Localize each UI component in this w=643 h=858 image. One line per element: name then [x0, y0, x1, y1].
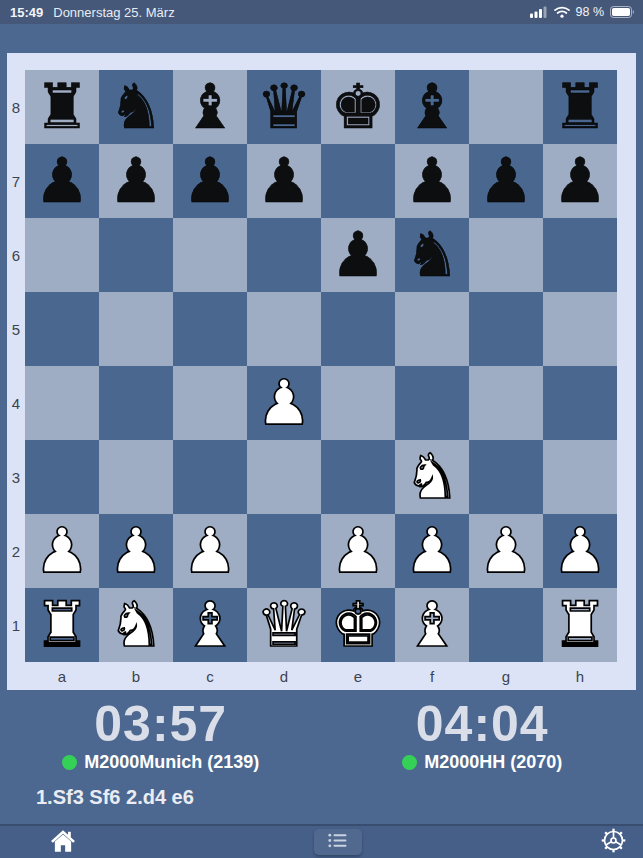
- home-icon: [50, 829, 76, 856]
- square-h8[interactable]: ♜: [543, 70, 617, 144]
- square-a6[interactable]: [25, 218, 99, 292]
- square-h2[interactable]: ♟: [543, 514, 617, 588]
- status-right: 98 %: [530, 5, 636, 19]
- black-knight: ♞: [404, 218, 460, 292]
- square-a1[interactable]: ♜: [25, 588, 99, 662]
- white-pawn: ♟: [182, 514, 238, 588]
- square-c2[interactable]: ♟: [173, 514, 247, 588]
- square-e7[interactable]: [321, 144, 395, 218]
- square-d1[interactable]: ♛: [247, 588, 321, 662]
- square-h6[interactable]: [543, 218, 617, 292]
- square-b1[interactable]: ♞: [99, 588, 173, 662]
- file-label-h: h: [543, 662, 617, 690]
- square-c6[interactable]: [173, 218, 247, 292]
- file-label-d: d: [247, 662, 321, 690]
- square-g8[interactable]: [469, 70, 543, 144]
- move-list-text: 1.Sf3 Sf6 2.d4 e6: [36, 786, 633, 809]
- white-rook: ♜: [552, 588, 608, 662]
- square-d2[interactable]: [247, 514, 321, 588]
- status-date: Donnerstag 25. März: [53, 5, 174, 20]
- square-e1[interactable]: ♚: [321, 588, 395, 662]
- gear-icon: [600, 827, 627, 857]
- player-left-name: M2000Munich (2139): [84, 752, 259, 773]
- right-player-panel: 04:04 M2000HH (2070): [322, 698, 643, 773]
- square-e2[interactable]: ♟: [321, 514, 395, 588]
- white-pawn: ♟: [404, 514, 460, 588]
- bottom-toolbar: [0, 824, 643, 858]
- square-g6[interactable]: [469, 218, 543, 292]
- status-left: 15:49 Donnerstag 25. März: [10, 5, 175, 20]
- white-pawn: ♟: [478, 514, 534, 588]
- square-a2[interactable]: ♟: [25, 514, 99, 588]
- square-e8[interactable]: ♚: [321, 70, 395, 144]
- square-h5[interactable]: [543, 292, 617, 366]
- black-rook: ♜: [34, 70, 90, 144]
- square-e3[interactable]: [321, 440, 395, 514]
- online-status-dot-left: [62, 755, 77, 770]
- square-b8[interactable]: ♞: [99, 70, 173, 144]
- white-pawn: ♟: [34, 514, 90, 588]
- black-pawn: ♟: [108, 144, 164, 218]
- black-pawn: ♟: [404, 144, 460, 218]
- square-b2[interactable]: ♟: [99, 514, 173, 588]
- rank-label-7: 7: [7, 144, 25, 218]
- square-f7[interactable]: ♟: [395, 144, 469, 218]
- square-f6[interactable]: ♞: [395, 218, 469, 292]
- square-d3[interactable]: [247, 440, 321, 514]
- player-left: M2000Munich (2139): [62, 752, 259, 773]
- white-bishop: ♝: [404, 588, 460, 662]
- square-g3[interactable]: [469, 440, 543, 514]
- file-label-a: a: [25, 662, 99, 690]
- square-b5[interactable]: [99, 292, 173, 366]
- square-h3[interactable]: [543, 440, 617, 514]
- black-pawn: ♟: [330, 218, 386, 292]
- move-list-button[interactable]: [314, 829, 362, 855]
- file-label-f: f: [395, 662, 469, 690]
- move-list-icon: [328, 833, 348, 851]
- battery-percent: 98 %: [576, 5, 605, 19]
- black-bishop: ♝: [404, 70, 460, 144]
- left-player-panel: 03:57 M2000Munich (2139): [0, 698, 322, 773]
- square-a8[interactable]: ♜: [25, 70, 99, 144]
- square-d8[interactable]: ♛: [247, 70, 321, 144]
- square-a5[interactable]: [25, 292, 99, 366]
- square-f8[interactable]: ♝: [395, 70, 469, 144]
- online-status-dot-right: [402, 755, 417, 770]
- status-bar: 15:49 Donnerstag 25. März 98 %: [0, 0, 643, 24]
- white-knight: ♞: [404, 440, 460, 514]
- square-d6[interactable]: [247, 218, 321, 292]
- square-e5[interactable]: [321, 292, 395, 366]
- square-c4[interactable]: [173, 366, 247, 440]
- square-c5[interactable]: [173, 292, 247, 366]
- rank-label-5: 5: [7, 292, 25, 366]
- white-pawn: ♟: [552, 514, 608, 588]
- black-queen: ♛: [256, 70, 312, 144]
- white-queen: ♛: [256, 588, 312, 662]
- white-king: ♚: [330, 588, 386, 662]
- black-king: ♚: [330, 70, 386, 144]
- white-bishop: ♝: [182, 588, 238, 662]
- white-pawn: ♟: [108, 514, 164, 588]
- black-pawn: ♟: [256, 144, 312, 218]
- square-f5[interactable]: [395, 292, 469, 366]
- rank-labels: 87654321: [7, 70, 25, 662]
- square-c3[interactable]: [173, 440, 247, 514]
- square-d7[interactable]: ♟: [247, 144, 321, 218]
- square-d5[interactable]: [247, 292, 321, 366]
- square-e6[interactable]: ♟: [321, 218, 395, 292]
- black-pawn: ♟: [182, 144, 238, 218]
- player-right: M2000HH (2070): [402, 752, 562, 773]
- rank-label-8: 8: [7, 70, 25, 144]
- square-b6[interactable]: [99, 218, 173, 292]
- wifi-icon: [554, 6, 570, 18]
- black-knight: ♞: [108, 70, 164, 144]
- square-c7[interactable]: ♟: [173, 144, 247, 218]
- square-f1[interactable]: ♝: [395, 588, 469, 662]
- square-h7[interactable]: ♟: [543, 144, 617, 218]
- black-pawn: ♟: [34, 144, 90, 218]
- clock-right: 04:04: [416, 698, 549, 750]
- battery-icon: [610, 6, 635, 18]
- rank-label-1: 1: [7, 588, 25, 662]
- white-rook: ♜: [34, 588, 90, 662]
- square-d4[interactable]: ♟: [247, 366, 321, 440]
- square-b7[interactable]: ♟: [99, 144, 173, 218]
- white-pawn: ♟: [330, 514, 386, 588]
- file-labels: abcdefgh: [25, 662, 617, 690]
- settings-button[interactable]: [600, 827, 627, 857]
- rank-label-2: 2: [7, 514, 25, 588]
- square-b3[interactable]: [99, 440, 173, 514]
- square-b4[interactable]: [99, 366, 173, 440]
- home-button[interactable]: [50, 829, 76, 856]
- rank-label-4: 4: [7, 366, 25, 440]
- status-time: 15:49: [10, 5, 43, 20]
- file-label-c: c: [173, 662, 247, 690]
- square-g7[interactable]: ♟: [469, 144, 543, 218]
- file-label-e: e: [321, 662, 395, 690]
- square-h4[interactable]: [543, 366, 617, 440]
- square-a4[interactable]: [25, 366, 99, 440]
- clocks-row: 03:57 M2000Munich (2139) 04:04 M2000HH (…: [0, 698, 643, 773]
- board-grid: ♜♞♝♛♚♝♜♟♟♟♟♟♟♟♟♞♟♞♟♟♟♟♟♟♟♜♞♝♛♚♝♜: [25, 70, 617, 662]
- black-pawn: ♟: [552, 144, 608, 218]
- rank-label-6: 6: [7, 218, 25, 292]
- square-g1[interactable]: [469, 588, 543, 662]
- clock-left: 03:57: [94, 698, 227, 750]
- square-f3[interactable]: ♞: [395, 440, 469, 514]
- cellular-signal-icon: [530, 6, 548, 18]
- white-knight: ♞: [108, 588, 164, 662]
- square-g4[interactable]: [469, 366, 543, 440]
- black-bishop: ♝: [182, 70, 238, 144]
- file-label-g: g: [469, 662, 543, 690]
- file-label-b: b: [99, 662, 173, 690]
- square-h1[interactable]: ♜: [543, 588, 617, 662]
- square-c1[interactable]: ♝: [173, 588, 247, 662]
- square-g2[interactable]: ♟: [469, 514, 543, 588]
- square-a3[interactable]: [25, 440, 99, 514]
- rank-label-3: 3: [7, 440, 25, 514]
- chess-board: 87654321 ♜♞♝♛♚♝♜♟♟♟♟♟♟♟♟♞♟♞♟♟♟♟♟♟♟♜♞♝♛♚♝…: [7, 53, 636, 690]
- black-pawn: ♟: [478, 144, 534, 218]
- white-pawn: ♟: [256, 366, 312, 440]
- square-e4[interactable]: [321, 366, 395, 440]
- square-f2[interactable]: ♟: [395, 514, 469, 588]
- player-right-name: M2000HH (2070): [424, 752, 562, 773]
- square-a7[interactable]: ♟: [25, 144, 99, 218]
- square-g5[interactable]: [469, 292, 543, 366]
- black-rook: ♜: [552, 70, 608, 144]
- square-c8[interactable]: ♝: [173, 70, 247, 144]
- square-f4[interactable]: [395, 366, 469, 440]
